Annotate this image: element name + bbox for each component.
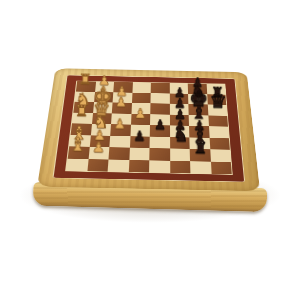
bR-glyph: ♜ <box>194 141 208 157</box>
wP-glyph: ♟ <box>114 117 126 131</box>
bP-glyph: ♟ <box>154 118 166 132</box>
wP-glyph: ♟ <box>134 107 146 121</box>
chessboard: ♜♟♟♟♟♟♞♜♞♚♟♟♚♛♜♛♟♟♝♞♟♟♟♟♝♟♟♞♝♝♟♜ <box>37 68 260 191</box>
bN-glyph: ♞ <box>172 127 188 145</box>
wR-glyph: ♜ <box>75 104 89 119</box>
wB-glyph: ♝ <box>69 135 86 154</box>
bP-glyph: ♟ <box>133 129 146 143</box>
wP-glyph: ♟ <box>115 96 127 109</box>
bQ-glyph: ♛ <box>209 91 227 111</box>
chess-set-photo: ♜♟♟♟♟♟♞♜♞♚♟♟♚♛♜♛♟♟♝♞♟♟♟♟♝♟♟♞♝♝♟♜ <box>0 0 300 300</box>
wR-glyph: ♜ <box>79 73 92 88</box>
wP-glyph: ♟ <box>92 140 105 154</box>
